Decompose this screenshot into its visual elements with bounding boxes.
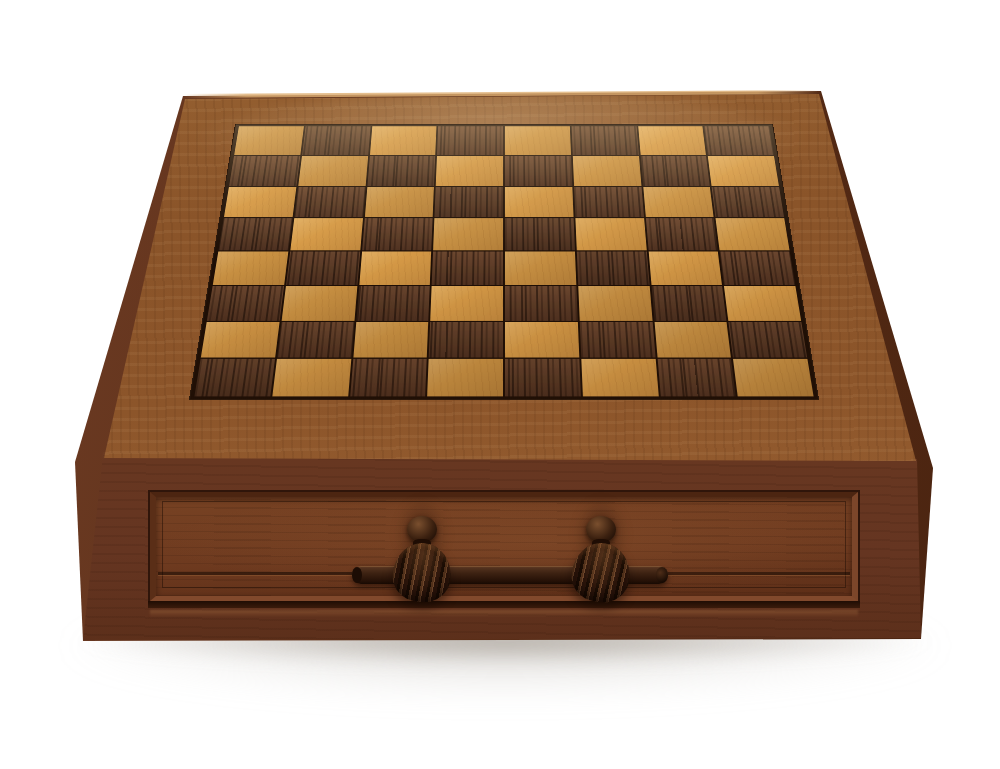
board-square (505, 187, 573, 218)
board-square (224, 187, 296, 218)
board-square (505, 251, 576, 284)
drawer-knob-right (570, 516, 632, 604)
carved-hand-icon (569, 540, 634, 606)
board-square (281, 286, 356, 321)
board-square (234, 126, 303, 155)
board-square (716, 218, 790, 250)
board-square (367, 156, 435, 186)
board-square (213, 251, 288, 284)
board-square (575, 218, 646, 250)
board-square (364, 187, 434, 218)
board-square (294, 187, 365, 218)
drawer-knob-left (391, 516, 453, 604)
chessboard-box-photo (0, 0, 1000, 769)
board-square (580, 322, 656, 358)
board-square (505, 156, 572, 186)
board-square (435, 187, 503, 218)
board-square (724, 286, 801, 321)
board-square (429, 322, 503, 358)
board-square (201, 322, 280, 358)
board-square (433, 218, 503, 250)
board-square (229, 156, 300, 186)
board-square (578, 286, 652, 321)
board-square (654, 322, 731, 358)
board-square (640, 156, 710, 186)
board-square (430, 286, 503, 321)
board-square (648, 251, 722, 284)
board-square (638, 126, 706, 155)
board-square (505, 126, 571, 155)
chess-board (190, 124, 818, 399)
board-square (356, 286, 430, 321)
board-square (643, 187, 714, 218)
board-square (729, 322, 808, 358)
board-square (733, 359, 813, 397)
drawer-bottom-gap (148, 601, 860, 608)
board-square (577, 251, 650, 284)
board-square (657, 359, 736, 397)
board-square (272, 359, 351, 397)
board-square (573, 156, 641, 186)
board-square (505, 286, 578, 321)
board-square (432, 251, 503, 284)
board-square (505, 218, 575, 250)
board-square (194, 359, 274, 397)
board-square (574, 187, 644, 218)
board-square (298, 156, 368, 186)
board-square (350, 359, 427, 397)
board-square (571, 126, 638, 155)
board-square (362, 218, 433, 250)
board-square (302, 126, 370, 155)
board-square (708, 156, 779, 186)
board-square (370, 126, 437, 155)
board-square (290, 218, 362, 250)
board-square (207, 286, 284, 321)
carved-hand-icon (391, 541, 454, 605)
board-square (581, 359, 658, 397)
board-square (359, 251, 432, 284)
board-square (720, 251, 795, 284)
board-square (645, 218, 717, 250)
board-square (704, 126, 773, 155)
board-square (505, 359, 581, 397)
board-square (505, 322, 579, 358)
board-square (651, 286, 726, 321)
board-square (353, 322, 429, 358)
drawer-front-panel (150, 492, 858, 601)
board-square (712, 187, 784, 218)
board-square (218, 218, 292, 250)
board-square (277, 322, 354, 358)
board-square (427, 359, 503, 397)
board-square (437, 126, 503, 155)
board-square (286, 251, 360, 284)
board-square (436, 156, 503, 186)
bottom-rail-highlight (150, 610, 858, 617)
